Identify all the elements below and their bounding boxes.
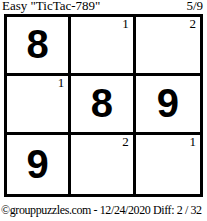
page-indicator: 5/9 bbox=[186, 0, 203, 13]
cell-r1c2[interactable]: 1 bbox=[71, 17, 135, 76]
puzzle-title: Easy "TicTac-789" bbox=[2, 0, 100, 13]
cell-r2c3[interactable]: 9 bbox=[136, 76, 200, 135]
cell-value: 9 bbox=[157, 83, 179, 123]
cell-clue-number: 1 bbox=[58, 76, 65, 90]
puzzle-page: Easy "TicTac-789" 5/9 8 1 2 1 8 9 bbox=[0, 0, 207, 221]
cell-clue-number: 1 bbox=[122, 17, 129, 31]
cell-r2c1[interactable]: 1 bbox=[7, 76, 71, 135]
cell-r3c1[interactable]: 9 bbox=[7, 135, 71, 194]
cell-r3c2[interactable]: 2 bbox=[71, 135, 135, 194]
footer-credit: ©grouppuzzles.com - 12/24/2020 Diff: 2 /… bbox=[1, 203, 206, 218]
cell-clue-number: 1 bbox=[190, 135, 197, 149]
cell-r3c3[interactable]: 1 bbox=[136, 135, 200, 194]
cell-value: 8 bbox=[91, 83, 113, 123]
cell-value: 9 bbox=[27, 144, 49, 184]
cell-r1c1[interactable]: 8 bbox=[7, 17, 71, 76]
cell-r1c3[interactable]: 2 bbox=[136, 17, 200, 76]
cell-value: 8 bbox=[27, 24, 49, 64]
tictac-board: 8 1 2 1 8 9 9 2 1 bbox=[4, 14, 203, 197]
header: Easy "TicTac-789" 5/9 bbox=[2, 0, 203, 13]
cell-clue-number: 2 bbox=[190, 17, 197, 31]
cell-clue-number: 2 bbox=[122, 135, 129, 149]
cell-r2c2[interactable]: 8 bbox=[71, 76, 135, 135]
